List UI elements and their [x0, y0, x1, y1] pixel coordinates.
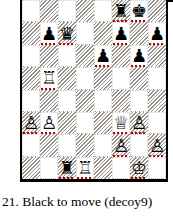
gray-dotted-underline [149, 178, 165, 179]
square-b4[interactable] [40, 90, 58, 112]
square-c1[interactable]: ♜ [58, 157, 76, 179]
square-b5[interactable]: ♖ [40, 67, 58, 89]
square-g7[interactable] [130, 22, 148, 44]
square-g6[interactable]: ♟ [130, 45, 148, 67]
square-f6[interactable] [112, 45, 130, 67]
square-c8[interactable] [58, 0, 76, 22]
white-pawn-icon: ♙ [40, 112, 58, 134]
red-squiggle-underline [77, 177, 93, 179]
square-c6[interactable] [58, 45, 76, 67]
white-pawn-icon: ♙ [112, 134, 130, 156]
white-pawn-icon: ♙ [130, 112, 148, 134]
white-pawn-icon: ♙ [148, 134, 166, 156]
square-d8[interactable] [76, 0, 94, 22]
square-e2[interactable] [94, 134, 112, 156]
square-f3[interactable]: ♕ [112, 112, 130, 134]
square-f2[interactable]: ♙ [112, 134, 130, 156]
gray-dotted-underline [41, 178, 57, 179]
white-rook-icon: ♖ [40, 67, 58, 89]
square-e5[interactable] [94, 67, 112, 89]
square-g5[interactable] [130, 67, 148, 89]
square-d1[interactable]: ♖ [76, 157, 94, 179]
square-h5[interactable] [148, 67, 166, 89]
square-h4[interactable] [148, 90, 166, 112]
square-a8[interactable] [22, 0, 40, 22]
square-a7[interactable] [22, 22, 40, 44]
square-f8[interactable]: ♜ [112, 0, 130, 22]
square-b3[interactable]: ♙ [40, 112, 58, 134]
black-queen-icon: ♛ [58, 22, 76, 44]
black-pawn-icon: ♟ [94, 45, 112, 67]
square-g1[interactable]: ♔ [130, 157, 148, 179]
board-caption: 21. Black to move (decoy9) [2, 194, 152, 210]
square-c7[interactable]: ♛ [58, 22, 76, 44]
square-f1[interactable] [112, 157, 130, 179]
chess-board: ♜♚♟♛♟♟♟♟♖♙♙♕♙♙♙♜♖♔ [22, 0, 166, 179]
red-squiggle-underline [131, 177, 147, 179]
square-e7[interactable] [94, 22, 112, 44]
square-a5[interactable] [22, 67, 40, 89]
square-c2[interactable] [58, 134, 76, 156]
square-d5[interactable] [76, 67, 94, 89]
square-e6[interactable]: ♟ [94, 45, 112, 67]
black-pawn-icon: ♟ [148, 22, 166, 44]
square-d4[interactable] [76, 90, 94, 112]
square-h8[interactable] [148, 0, 166, 22]
square-d3[interactable] [76, 112, 94, 134]
square-b8[interactable] [40, 0, 58, 22]
white-king-icon: ♔ [130, 157, 148, 179]
square-d6[interactable] [76, 45, 94, 67]
square-a2[interactable] [22, 134, 40, 156]
square-b7[interactable]: ♟ [40, 22, 58, 44]
square-a4[interactable] [22, 90, 40, 112]
square-f7[interactable]: ♟ [112, 22, 130, 44]
square-h1[interactable] [148, 157, 166, 179]
square-g4[interactable] [130, 90, 148, 112]
black-rook-icon: ♜ [58, 157, 76, 179]
square-b2[interactable] [40, 134, 58, 156]
gray-dotted-underline [113, 178, 129, 179]
square-f5[interactable] [112, 67, 130, 89]
square-b1[interactable] [40, 157, 58, 179]
black-pawn-icon: ♟ [130, 45, 148, 67]
square-c5[interactable] [58, 67, 76, 89]
square-f4[interactable] [112, 90, 130, 112]
square-d7[interactable] [76, 22, 94, 44]
black-pawn-icon: ♟ [112, 22, 130, 44]
black-pawn-icon: ♟ [40, 22, 58, 44]
white-pawn-icon: ♙ [22, 112, 40, 134]
square-e4[interactable] [94, 90, 112, 112]
square-h6[interactable] [148, 45, 166, 67]
square-h3[interactable] [148, 112, 166, 134]
white-queen-icon: ♕ [112, 112, 130, 134]
square-a6[interactable] [22, 45, 40, 67]
board-frame: ♜♚♟♛♟♟♟♟♖♙♙♕♙♙♙♜♖♔ [20, 0, 168, 182]
square-g3[interactable]: ♙ [130, 112, 148, 134]
square-a1[interactable] [22, 157, 40, 179]
square-h2[interactable]: ♙ [148, 134, 166, 156]
square-a3[interactable]: ♙ [22, 112, 40, 134]
square-h7[interactable]: ♟ [148, 22, 166, 44]
square-e8[interactable] [94, 0, 112, 22]
white-rook-icon: ♖ [76, 157, 94, 179]
black-rook-icon: ♜ [112, 0, 130, 22]
square-e3[interactable] [94, 112, 112, 134]
square-d2[interactable] [76, 134, 94, 156]
chess-diagram-page: ♜♚♟♛♟♟♟♟♖♙♙♕♙♙♙♜♖♔ 21. Black to move (de… [0, 0, 173, 217]
square-c4[interactable] [58, 90, 76, 112]
square-b6[interactable] [40, 45, 58, 67]
red-squiggle-underline [59, 177, 75, 179]
square-g8[interactable]: ♚ [130, 0, 148, 22]
square-e1[interactable] [94, 157, 112, 179]
black-king-icon: ♚ [130, 0, 148, 22]
square-c3[interactable] [58, 112, 76, 134]
square-g2[interactable] [130, 134, 148, 156]
